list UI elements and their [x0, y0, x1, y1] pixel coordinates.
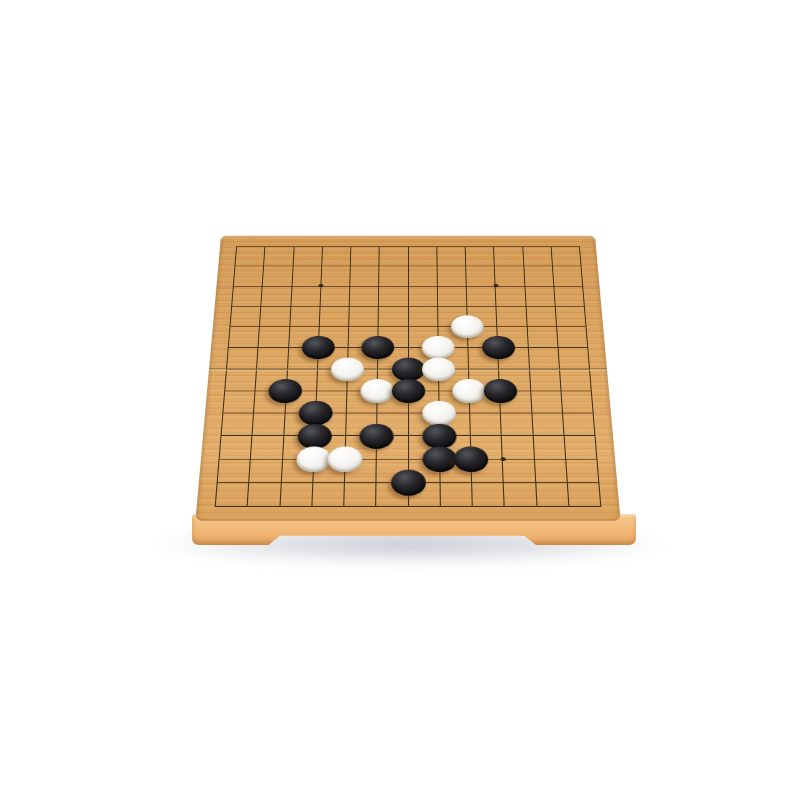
board-cell: [408, 306, 438, 327]
board-cell: [379, 246, 408, 265]
black-stone: [422, 446, 457, 471]
board-cell: [222, 390, 254, 412]
board-cell: [552, 266, 582, 286]
board-cell: [378, 266, 407, 286]
hoshi-point: [318, 284, 323, 287]
white-stone: [422, 401, 456, 425]
board-cell: [289, 306, 320, 327]
board-cell: [349, 286, 379, 306]
black-stone: [454, 446, 489, 471]
board-cell: [319, 306, 349, 327]
board-cell: [350, 246, 379, 265]
board-cell: [319, 286, 349, 306]
white-stone: [451, 315, 484, 338]
board-cell: [228, 326, 259, 347]
board-cell: [550, 246, 580, 265]
board-cell: [531, 413, 563, 436]
board-cell: [523, 266, 553, 286]
board-cell: [533, 458, 566, 482]
white-stone: [330, 357, 364, 381]
board-cell: [263, 246, 293, 265]
board-cell: [465, 246, 494, 265]
board-cell: [348, 306, 378, 327]
black-stone: [391, 379, 425, 403]
board-cell: [292, 246, 322, 265]
board-cell: [466, 286, 496, 306]
board-cell: [500, 413, 532, 436]
board-cell: [378, 286, 407, 306]
board-cell: [525, 306, 556, 327]
board-cell: [349, 266, 378, 286]
board-cell: [436, 266, 465, 286]
board-cell: [437, 286, 467, 306]
board-cell: [469, 413, 501, 436]
board-cell: [556, 326, 587, 347]
board-cell: [378, 306, 408, 327]
board-cell: [408, 246, 437, 265]
board-cell: [221, 413, 254, 436]
go-board-scene: [209, 170, 607, 568]
board-cell: [231, 286, 262, 306]
hoshi-point: [500, 457, 505, 461]
board-cell: [560, 390, 592, 412]
board-cell: [219, 435, 252, 458]
white-stone: [422, 336, 455, 359]
white-stone: [295, 446, 330, 471]
hoshi-point: [493, 284, 498, 287]
board-cell: [439, 482, 471, 506]
board-cell: [522, 246, 552, 265]
board-cell: [502, 458, 535, 482]
board-cell: [565, 458, 598, 482]
board-cell: [553, 286, 584, 306]
board-cell: [250, 435, 283, 458]
board-cell: [526, 326, 557, 347]
board-cell: [259, 306, 290, 327]
board-cell: [261, 286, 291, 306]
board-cell: [408, 286, 437, 306]
board-cell: [258, 326, 289, 347]
board-cell: [554, 306, 585, 327]
board-cell: [321, 246, 350, 265]
black-stone: [481, 336, 515, 359]
board-cell: [532, 435, 565, 458]
board-cell: [262, 266, 292, 286]
board-cell: [535, 482, 568, 506]
board-cell: [215, 482, 249, 506]
board-cell: [557, 347, 589, 368]
white-stone: [360, 379, 394, 403]
page-background: [0, 0, 800, 800]
board-cell: [524, 286, 554, 306]
board-cell: [493, 246, 523, 265]
board-cell: [495, 286, 525, 306]
board-cell: [436, 246, 465, 265]
board-cell: [291, 266, 321, 286]
board-cell: [465, 266, 495, 286]
board-cell: [408, 266, 437, 286]
black-stone: [483, 379, 517, 403]
board-cell: [501, 435, 533, 458]
black-stone: [391, 357, 424, 381]
board-cell: [528, 369, 560, 391]
black-stone: [391, 470, 426, 496]
black-stone: [422, 423, 456, 448]
board-cell: [248, 458, 281, 482]
board-cell: [343, 482, 375, 506]
black-stone: [297, 423, 332, 448]
board-cell: [530, 390, 562, 412]
board-cell: [494, 266, 524, 286]
white-stone: [452, 379, 486, 403]
board-cell: [496, 306, 527, 327]
board-cell: [290, 286, 320, 306]
black-stone: [301, 336, 335, 359]
board-cell: [566, 482, 600, 506]
board-cell: [224, 369, 256, 391]
white-stone: [422, 357, 455, 381]
board-cell: [311, 482, 344, 506]
board-cell: [320, 266, 350, 286]
board-cell: [234, 246, 264, 265]
board-cell: [252, 413, 284, 436]
board-cell: [230, 306, 261, 327]
board-cell: [562, 413, 595, 436]
board-cell: [233, 266, 263, 286]
board-cell: [527, 347, 558, 368]
board-cell: [279, 482, 312, 506]
board-cell: [217, 458, 250, 482]
black-stone: [298, 401, 333, 425]
board-cell: [559, 369, 591, 391]
board-cell: [256, 347, 287, 368]
go-board: [195, 236, 620, 521]
white-stone: [327, 446, 362, 471]
board-cell: [471, 482, 504, 506]
board-cell: [503, 482, 536, 506]
board-cell: [247, 482, 280, 506]
black-stone: [359, 423, 393, 448]
board-cell: [563, 435, 596, 458]
board-cell: [226, 347, 258, 368]
